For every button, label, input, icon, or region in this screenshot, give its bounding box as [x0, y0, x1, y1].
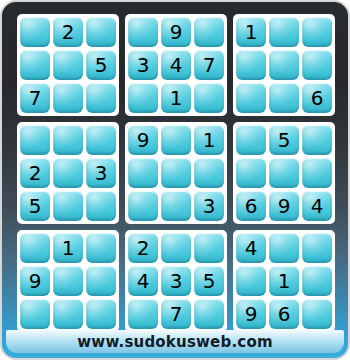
cell-r7-c9[interactable]	[302, 233, 332, 263]
cell-r4-c3[interactable]	[86, 125, 116, 155]
cell-r6-c2[interactable]	[53, 191, 83, 221]
given-digit: 1	[170, 88, 183, 108]
given-digit: 1	[203, 130, 216, 150]
cell-r4-c4[interactable]: 9	[128, 125, 158, 155]
cell-r2-c9[interactable]	[302, 50, 332, 80]
given-digit: 9	[29, 271, 42, 291]
cell-r1-c1[interactable]	[20, 17, 50, 47]
cell-r4-c5[interactable]	[161, 125, 191, 155]
cell-r8-c1[interactable]: 9	[20, 266, 50, 296]
cell-r3-c1[interactable]: 7	[20, 83, 50, 113]
block-1-2: 93471	[125, 14, 227, 116]
cell-r6-c9[interactable]: 4	[302, 191, 332, 221]
cell-r5-c5[interactable]	[161, 158, 191, 188]
given-digit: 4	[245, 238, 258, 258]
given-digit: 1	[62, 238, 75, 258]
cell-r2-c8[interactable]	[269, 50, 299, 80]
given-digit: 3	[170, 271, 183, 291]
cell-r2-c3[interactable]: 5	[86, 50, 116, 80]
site-link[interactable]: www.sudokusweb.com	[77, 333, 272, 351]
cell-r4-c6[interactable]: 1	[194, 125, 224, 155]
cell-r2-c5[interactable]: 4	[161, 50, 191, 80]
cell-r6-c5[interactable]	[161, 191, 191, 221]
given-digit: 3	[95, 163, 108, 183]
cell-r4-c1[interactable]	[20, 125, 50, 155]
cell-r4-c8[interactable]: 5	[269, 125, 299, 155]
cell-r6-c6[interactable]: 3	[194, 191, 224, 221]
cell-r1-c9[interactable]	[302, 17, 332, 47]
given-digit: 7	[170, 304, 183, 324]
cell-r8-c8[interactable]: 1	[269, 266, 299, 296]
cell-r8-c4[interactable]: 4	[128, 266, 158, 296]
cell-r2-c6[interactable]: 7	[194, 50, 224, 80]
cell-r6-c3[interactable]	[86, 191, 116, 221]
block-3-2: 24357	[125, 230, 227, 332]
cell-r9-c7[interactable]: 9	[236, 299, 266, 329]
cell-r6-c7[interactable]: 6	[236, 191, 266, 221]
cell-r9-c8[interactable]: 6	[269, 299, 299, 329]
cell-r3-c9[interactable]: 6	[302, 83, 332, 113]
cell-r1-c6[interactable]	[194, 17, 224, 47]
sudoku-board-frame: 2579347116235913569419243574196 www.sudo…	[0, 0, 350, 360]
block-2-1: 235	[17, 122, 119, 224]
cell-r5-c1[interactable]: 2	[20, 158, 50, 188]
cell-r5-c6[interactable]	[194, 158, 224, 188]
cell-r4-c2[interactable]	[53, 125, 83, 155]
cell-r5-c4[interactable]	[128, 158, 158, 188]
cell-r1-c3[interactable]	[86, 17, 116, 47]
given-digit: 9	[278, 196, 291, 216]
cell-r7-c5[interactable]	[161, 233, 191, 263]
given-digit: 9	[170, 22, 183, 42]
given-digit: 1	[278, 271, 291, 291]
cell-r2-c7[interactable]	[236, 50, 266, 80]
cell-r3-c5[interactable]: 1	[161, 83, 191, 113]
given-digit: 6	[311, 88, 324, 108]
block-2-3: 5694	[233, 122, 335, 224]
given-digit: 3	[203, 196, 216, 216]
given-digit: 3	[137, 55, 150, 75]
cell-r5-c3[interactable]: 3	[86, 158, 116, 188]
given-digit: 9	[137, 130, 150, 150]
given-digit: 5	[278, 130, 291, 150]
given-digit: 5	[95, 55, 108, 75]
cell-r9-c2[interactable]	[53, 299, 83, 329]
given-digit: 4	[311, 196, 324, 216]
cell-r9-c3[interactable]	[86, 299, 116, 329]
cell-r5-c7[interactable]	[236, 158, 266, 188]
cell-r5-c8[interactable]	[269, 158, 299, 188]
cell-r1-c2[interactable]: 2	[53, 17, 83, 47]
block-1-3: 16	[233, 14, 335, 116]
cell-r9-c9[interactable]	[302, 299, 332, 329]
cell-r1-c8[interactable]	[269, 17, 299, 47]
cell-r7-c2[interactable]: 1	[53, 233, 83, 263]
given-digit: 4	[137, 271, 150, 291]
cell-r2-c2[interactable]	[53, 50, 83, 80]
cell-r9-c5[interactable]: 7	[161, 299, 191, 329]
cell-r9-c1[interactable]	[20, 299, 50, 329]
given-digit: 2	[137, 238, 150, 258]
cell-r7-c4[interactable]: 2	[128, 233, 158, 263]
cell-r3-c8[interactable]	[269, 83, 299, 113]
cell-r6-c1[interactable]: 5	[20, 191, 50, 221]
given-digit: 7	[203, 55, 216, 75]
cell-r3-c6[interactable]	[194, 83, 224, 113]
cell-r1-c5[interactable]: 9	[161, 17, 191, 47]
given-digit: 6	[245, 196, 258, 216]
cell-r7-c7[interactable]: 4	[236, 233, 266, 263]
cell-r9-c4[interactable]	[128, 299, 158, 329]
sudoku-board: 2579347116235913569419243574196	[17, 14, 335, 332]
given-digit: 1	[245, 22, 258, 42]
given-digit: 5	[203, 271, 216, 291]
cell-r3-c2[interactable]	[53, 83, 83, 113]
cell-r6-c8[interactable]: 9	[269, 191, 299, 221]
cell-r7-c3[interactable]	[86, 233, 116, 263]
cell-r8-c9[interactable]	[302, 266, 332, 296]
cell-r8-c3[interactable]	[86, 266, 116, 296]
cell-r9-c6[interactable]	[194, 299, 224, 329]
given-digit: 2	[62, 22, 75, 42]
cell-r8-c6[interactable]: 5	[194, 266, 224, 296]
given-digit: 2	[29, 163, 42, 183]
cell-r7-c1[interactable]	[20, 233, 50, 263]
footer-band: www.sudokusweb.com	[6, 330, 344, 353]
given-digit: 6	[278, 304, 291, 324]
given-digit: 4	[170, 55, 183, 75]
cell-r7-c8[interactable]	[269, 233, 299, 263]
cell-r1-c7[interactable]: 1	[236, 17, 266, 47]
cell-r5-c9[interactable]	[302, 158, 332, 188]
cell-r3-c7[interactable]	[236, 83, 266, 113]
block-1-1: 257	[17, 14, 119, 116]
cell-r3-c3[interactable]	[86, 83, 116, 113]
cell-r8-c5[interactable]: 3	[161, 266, 191, 296]
cell-r5-c2[interactable]	[53, 158, 83, 188]
block-3-1: 19	[17, 230, 119, 332]
cell-r3-c4[interactable]	[128, 83, 158, 113]
cell-r2-c1[interactable]	[20, 50, 50, 80]
cell-r2-c4[interactable]: 3	[128, 50, 158, 80]
cell-r4-c9[interactable]	[302, 125, 332, 155]
given-digit: 9	[245, 304, 258, 324]
cell-r1-c4[interactable]	[128, 17, 158, 47]
block-3-3: 4196	[233, 230, 335, 332]
cell-r6-c4[interactable]	[128, 191, 158, 221]
given-digit: 7	[29, 88, 42, 108]
given-digit: 5	[29, 196, 42, 216]
cell-r4-c7[interactable]	[236, 125, 266, 155]
cell-r8-c2[interactable]	[53, 266, 83, 296]
block-2-2: 913	[125, 122, 227, 224]
cell-r7-c6[interactable]	[194, 233, 224, 263]
cell-r8-c7[interactable]	[236, 266, 266, 296]
